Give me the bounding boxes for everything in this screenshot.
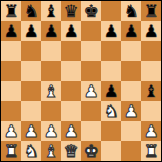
- square-c7[interactable]: ♟: [41, 21, 61, 41]
- square-h4[interactable]: ♝: [141, 81, 161, 101]
- square-g4[interactable]: [121, 81, 141, 101]
- square-f5[interactable]: [101, 61, 121, 81]
- square-b3[interactable]: [21, 101, 41, 121]
- piece-black-pawn[interactable]: ♟: [43, 21, 58, 41]
- square-h8[interactable]: ♜: [141, 1, 161, 21]
- square-g8[interactable]: ♞: [121, 1, 141, 21]
- square-c8[interactable]: ♝: [41, 1, 61, 21]
- square-h7[interactable]: ♟: [141, 21, 161, 41]
- board-wrap: ♜♞♝♛♚♞♜♟♟♟♟♟♟♟♝♟♟♝♞♟♟♟♟♟♟♜♞♝♛♚♜: [0, 0, 162, 162]
- square-b6[interactable]: [21, 41, 41, 61]
- square-d5[interactable]: [61, 61, 81, 81]
- square-b4[interactable]: [21, 81, 41, 101]
- square-c2[interactable]: ♟: [41, 121, 61, 141]
- square-f3[interactable]: ♞: [101, 101, 121, 121]
- square-d4[interactable]: [61, 81, 81, 101]
- square-a8[interactable]: ♜: [1, 1, 21, 21]
- square-e1[interactable]: ♚: [81, 141, 101, 161]
- piece-white-pawn[interactable]: ♟: [123, 101, 138, 121]
- piece-white-knight[interactable]: ♞: [103, 101, 118, 121]
- square-a2[interactable]: ♟: [1, 121, 21, 141]
- square-g7[interactable]: ♟: [121, 21, 141, 41]
- square-a7[interactable]: ♟: [1, 21, 21, 41]
- square-g3[interactable]: ♟: [121, 101, 141, 121]
- piece-black-pawn[interactable]: ♟: [143, 21, 158, 41]
- piece-black-pawn[interactable]: ♟: [103, 81, 118, 101]
- square-d3[interactable]: [61, 101, 81, 121]
- piece-white-pawn[interactable]: ♟: [63, 121, 78, 141]
- square-e5[interactable]: [81, 61, 101, 81]
- square-d1[interactable]: ♛: [61, 141, 81, 161]
- square-c5[interactable]: [41, 61, 61, 81]
- square-d8[interactable]: ♛: [61, 1, 81, 21]
- piece-black-pawn[interactable]: ♟: [63, 21, 78, 41]
- piece-black-pawn[interactable]: ♟: [103, 21, 118, 41]
- piece-white-pawn[interactable]: ♟: [3, 121, 18, 141]
- square-d6[interactable]: [61, 41, 81, 61]
- square-b2[interactable]: ♟: [21, 121, 41, 141]
- piece-white-pawn[interactable]: ♟: [23, 121, 38, 141]
- square-a4[interactable]: [1, 81, 21, 101]
- square-f6[interactable]: [101, 41, 121, 61]
- piece-white-knight[interactable]: ♞: [23, 141, 38, 161]
- square-g2[interactable]: [121, 121, 141, 141]
- square-h1[interactable]: ♜: [141, 141, 161, 161]
- piece-black-knight[interactable]: ♞: [123, 1, 138, 21]
- square-f2[interactable]: [101, 121, 121, 141]
- chess-board: ♜♞♝♛♚♞♜♟♟♟♟♟♟♟♝♟♟♝♞♟♟♟♟♟♟♜♞♝♛♚♜: [0, 0, 162, 162]
- piece-white-pawn[interactable]: ♟: [143, 121, 158, 141]
- square-g5[interactable]: [121, 61, 141, 81]
- piece-black-bishop[interactable]: ♝: [43, 1, 58, 21]
- square-a5[interactable]: [1, 61, 21, 81]
- square-h3[interactable]: [141, 101, 161, 121]
- piece-black-king[interactable]: ♚: [83, 1, 98, 21]
- piece-black-pawn[interactable]: ♟: [123, 21, 138, 41]
- square-c6[interactable]: [41, 41, 61, 61]
- square-h2[interactable]: ♟: [141, 121, 161, 141]
- square-d2[interactable]: ♟: [61, 121, 81, 141]
- square-f4[interactable]: ♟: [101, 81, 121, 101]
- piece-white-rook[interactable]: ♜: [3, 141, 18, 161]
- piece-white-bishop[interactable]: ♝: [43, 141, 58, 161]
- piece-white-pawn[interactable]: ♟: [83, 81, 98, 101]
- piece-white-rook[interactable]: ♜: [143, 141, 158, 161]
- piece-black-knight[interactable]: ♞: [23, 1, 38, 21]
- square-c4[interactable]: ♝: [41, 81, 61, 101]
- square-h5[interactable]: [141, 61, 161, 81]
- square-e7[interactable]: [81, 21, 101, 41]
- square-g6[interactable]: [121, 41, 141, 61]
- square-a1[interactable]: ♜: [1, 141, 21, 161]
- piece-black-rook[interactable]: ♜: [3, 1, 18, 21]
- square-a3[interactable]: [1, 101, 21, 121]
- square-c3[interactable]: [41, 101, 61, 121]
- piece-white-pawn[interactable]: ♟: [43, 121, 58, 141]
- piece-black-queen[interactable]: ♛: [63, 1, 78, 21]
- square-b5[interactable]: [21, 61, 41, 81]
- piece-black-bishop[interactable]: ♝: [143, 81, 158, 101]
- square-f7[interactable]: ♟: [101, 21, 121, 41]
- square-g1[interactable]: [121, 141, 141, 161]
- square-d7[interactable]: ♟: [61, 21, 81, 41]
- square-e3[interactable]: [81, 101, 101, 121]
- square-b1[interactable]: ♞: [21, 141, 41, 161]
- piece-black-pawn[interactable]: ♟: [23, 21, 38, 41]
- square-e6[interactable]: [81, 41, 101, 61]
- square-h6[interactable]: [141, 41, 161, 61]
- square-a6[interactable]: [1, 41, 21, 61]
- piece-black-rook[interactable]: ♜: [143, 1, 158, 21]
- piece-white-bishop[interactable]: ♝: [43, 81, 58, 101]
- piece-black-pawn[interactable]: ♟: [3, 21, 18, 41]
- square-b8[interactable]: ♞: [21, 1, 41, 21]
- piece-white-king[interactable]: ♚: [83, 141, 98, 161]
- square-e8[interactable]: ♚: [81, 1, 101, 21]
- square-f1[interactable]: [101, 141, 121, 161]
- square-f8[interactable]: [101, 1, 121, 21]
- square-e4[interactable]: ♟: [81, 81, 101, 101]
- square-c1[interactable]: ♝: [41, 141, 61, 161]
- square-b7[interactable]: ♟: [21, 21, 41, 41]
- piece-white-queen[interactable]: ♛: [63, 141, 78, 161]
- square-e2[interactable]: [81, 121, 101, 141]
